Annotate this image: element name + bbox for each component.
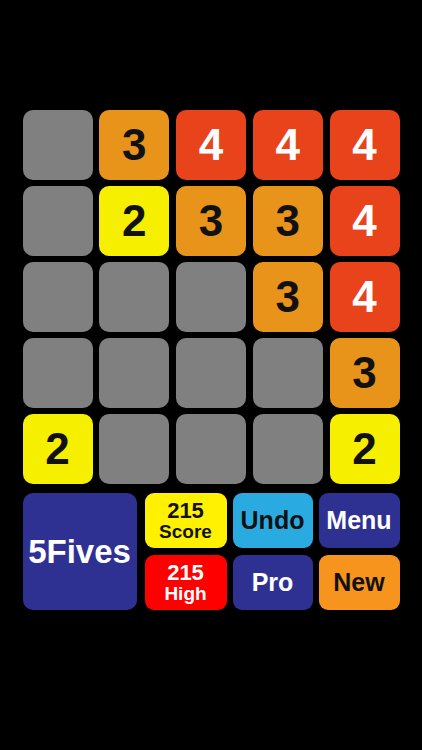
score-label: Score — [159, 522, 212, 542]
empty-cell — [23, 338, 93, 408]
empty-cell — [23, 262, 93, 332]
empty-cell — [99, 414, 169, 484]
app-screen: 3444233434322 5Fives 215 Score 215 High … — [0, 0, 422, 750]
tile-2: 2 — [330, 414, 400, 484]
tile-4: 4 — [330, 110, 400, 180]
empty-cell — [176, 262, 246, 332]
tile-4: 4 — [330, 262, 400, 332]
new-game-button[interactable]: New — [319, 555, 400, 610]
tile-3: 3 — [253, 262, 323, 332]
score-value: 215 — [167, 499, 204, 522]
undo-column: Undo Pro — [233, 493, 313, 610]
empty-cell — [176, 338, 246, 408]
menu-column: Menu New — [319, 493, 400, 610]
tile-3: 3 — [330, 338, 400, 408]
menu-button[interactable]: Menu — [319, 493, 400, 548]
empty-cell — [99, 338, 169, 408]
logo-tile: 5Fives — [23, 493, 137, 610]
high-score-value: 215 — [167, 561, 204, 584]
tile-2: 2 — [23, 414, 93, 484]
control-panel: 5Fives 215 Score 215 High Undo Pro Menu … — [23, 493, 400, 610]
high-score-label: High — [164, 584, 206, 604]
tile-3: 3 — [99, 110, 169, 180]
tile-4: 4 — [253, 110, 323, 180]
tile-2: 2 — [99, 186, 169, 256]
pro-button[interactable]: Pro — [233, 555, 313, 610]
empty-cell — [176, 414, 246, 484]
empty-cell — [253, 338, 323, 408]
game-board[interactable]: 3444233434322 — [23, 110, 400, 484]
tile-4: 4 — [330, 186, 400, 256]
tile-3: 3 — [253, 186, 323, 256]
undo-button[interactable]: Undo — [233, 493, 313, 548]
score-column: 215 Score 215 High — [145, 493, 227, 610]
high-score-display: 215 High — [145, 555, 227, 610]
empty-cell — [23, 110, 93, 180]
empty-cell — [99, 262, 169, 332]
tile-4: 4 — [176, 110, 246, 180]
score-display: 215 Score — [145, 493, 227, 548]
empty-cell — [23, 186, 93, 256]
empty-cell — [253, 414, 323, 484]
tile-3: 3 — [176, 186, 246, 256]
